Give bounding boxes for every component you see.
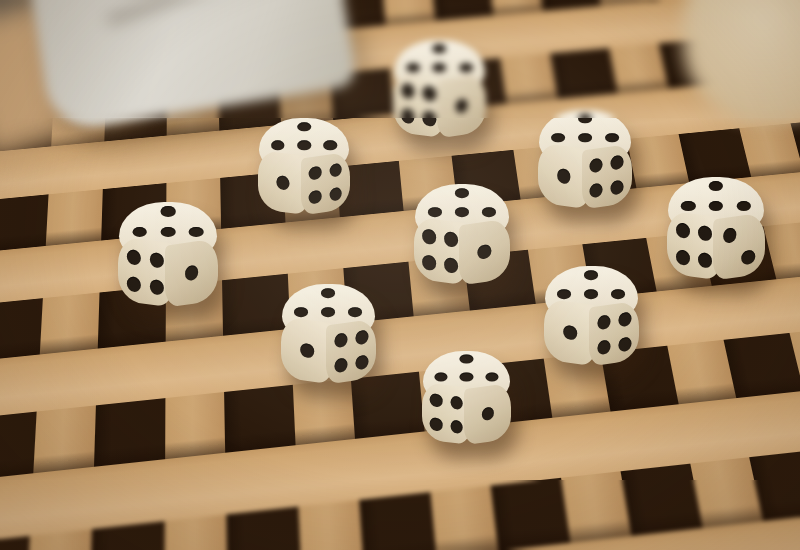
pip bbox=[300, 342, 314, 358]
pip bbox=[309, 165, 322, 181]
pip bbox=[618, 311, 631, 327]
pip bbox=[422, 229, 436, 245]
pip bbox=[450, 395, 463, 410]
die-right-face bbox=[301, 151, 350, 215]
pip bbox=[597, 314, 610, 330]
pip bbox=[435, 373, 448, 382]
die-right-face bbox=[589, 300, 639, 366]
pip bbox=[277, 174, 290, 190]
die-right-face bbox=[464, 383, 511, 445]
pip bbox=[330, 162, 343, 178]
pip bbox=[355, 329, 368, 345]
pip bbox=[597, 339, 610, 355]
pip bbox=[455, 188, 469, 198]
die-right-face bbox=[459, 219, 510, 286]
pip bbox=[430, 392, 443, 407]
pip bbox=[150, 251, 164, 268]
pip bbox=[161, 206, 176, 216]
pip bbox=[618, 336, 631, 352]
pip bbox=[189, 227, 204, 237]
die-top-5[interactable] bbox=[414, 184, 510, 282]
pip bbox=[709, 201, 723, 211]
pip bbox=[460, 373, 473, 382]
pip bbox=[611, 155, 624, 171]
pip bbox=[737, 201, 751, 211]
pip bbox=[348, 307, 362, 317]
die-top-5[interactable] bbox=[544, 266, 639, 363]
pip bbox=[127, 248, 141, 265]
pip bbox=[590, 183, 603, 199]
pip bbox=[481, 407, 493, 422]
pip bbox=[585, 270, 599, 280]
pip bbox=[127, 275, 141, 292]
die-top-5[interactable] bbox=[118, 202, 218, 304]
pip bbox=[485, 373, 498, 382]
pip bbox=[698, 252, 712, 269]
pip bbox=[323, 141, 337, 150]
pip bbox=[330, 186, 343, 202]
pip bbox=[450, 419, 463, 434]
pip bbox=[611, 180, 624, 196]
pip bbox=[578, 133, 592, 142]
pip bbox=[445, 257, 459, 273]
pip bbox=[297, 122, 311, 131]
die-top-5[interactable] bbox=[667, 177, 765, 277]
pip bbox=[309, 189, 322, 205]
pip bbox=[334, 332, 347, 348]
depth-of-field-top bbox=[0, 0, 800, 118]
die-top-5[interactable] bbox=[422, 351, 511, 442]
depth-of-field-bottom bbox=[0, 480, 800, 550]
pip bbox=[460, 355, 473, 364]
pip bbox=[611, 289, 625, 299]
pip bbox=[297, 141, 311, 150]
pip bbox=[445, 231, 459, 247]
pip bbox=[334, 357, 347, 373]
pip bbox=[551, 133, 565, 142]
pip bbox=[428, 208, 442, 218]
pip bbox=[590, 158, 603, 174]
pip bbox=[430, 416, 443, 431]
pip bbox=[676, 249, 690, 266]
pip bbox=[422, 254, 436, 270]
pip bbox=[295, 307, 309, 317]
die-top-5[interactable] bbox=[281, 284, 376, 381]
pip bbox=[557, 168, 570, 184]
pip bbox=[558, 289, 572, 299]
pip bbox=[676, 222, 690, 239]
photo-scene bbox=[0, 0, 800, 550]
pip bbox=[681, 201, 695, 211]
die-right-face bbox=[713, 212, 765, 280]
pip bbox=[161, 227, 176, 237]
die-right-face bbox=[582, 144, 632, 210]
die-right-face bbox=[326, 318, 376, 384]
pip bbox=[455, 208, 469, 218]
pip bbox=[563, 324, 577, 340]
pip bbox=[271, 141, 285, 150]
pip bbox=[185, 264, 199, 281]
pip bbox=[605, 133, 619, 142]
pip bbox=[585, 289, 599, 299]
die-top-5[interactable] bbox=[538, 110, 632, 206]
pip bbox=[709, 181, 723, 191]
pip bbox=[322, 288, 336, 298]
pip bbox=[322, 307, 336, 317]
pip bbox=[478, 244, 491, 260]
pip bbox=[742, 249, 756, 266]
pip bbox=[132, 227, 147, 237]
pip bbox=[482, 208, 496, 218]
pip bbox=[723, 227, 737, 244]
pip bbox=[355, 354, 368, 370]
die-top-5[interactable] bbox=[258, 118, 350, 212]
pip bbox=[150, 278, 164, 295]
die-right-face bbox=[165, 238, 218, 308]
pip bbox=[698, 225, 712, 242]
